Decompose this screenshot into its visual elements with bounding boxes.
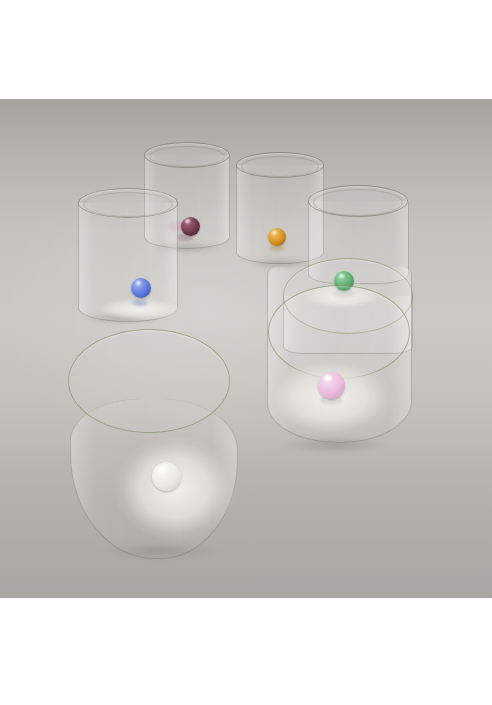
tumbler-white-ball-white-ball xyxy=(152,462,181,491)
tumbler-white-ball-ball-highlight-icon xyxy=(158,466,166,472)
tumbler-purple-ball-ball-highlight-icon xyxy=(185,219,190,223)
tumbler-orange-ball-ball-highlight-icon xyxy=(272,231,277,235)
tumbler-blue-ball-blue-ball xyxy=(131,278,151,298)
tumbler-orange-ball-orange-ball xyxy=(268,228,286,246)
tumbler-blue-ball-ball-highlight-icon xyxy=(136,281,142,285)
tumbler-white-ball-tumbler-rim xyxy=(68,329,230,433)
tumbler-blue-ball-tumbler-rim-inner xyxy=(83,192,173,217)
tumbler-orange-ball-tumbler-rim-inner xyxy=(241,156,319,177)
tumbler-back-right-tumbler-rim-inner xyxy=(313,189,403,216)
tumbler-purple-ball-purple-ball xyxy=(181,217,200,236)
tumbler-blue-ball-ball-floor-reflection xyxy=(132,300,148,306)
tumbler-purple-ball-tumbler-rim-inner xyxy=(149,146,225,167)
glass-tumblers-photo xyxy=(0,99,492,598)
tumbler-pink-ball-pink-ball xyxy=(318,372,345,399)
tumbler-pink-ball-ball-highlight-icon xyxy=(324,375,332,381)
